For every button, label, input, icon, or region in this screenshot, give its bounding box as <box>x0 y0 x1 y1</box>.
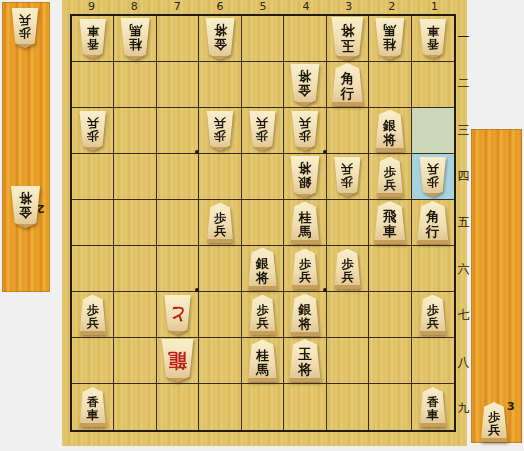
piece-face: 香車 <box>78 19 108 59</box>
board-cell[interactable]: 歩兵 <box>284 108 326 154</box>
board-cell[interactable] <box>199 338 241 384</box>
board-cell[interactable] <box>114 62 156 108</box>
piece-bevel <box>372 240 408 244</box>
piece-kanji: 歩兵 <box>256 116 268 146</box>
piece-king-gote[interactable]: 玉将 <box>329 17 365 60</box>
piece-bevel <box>418 193 448 197</box>
piece-knight-gote[interactable]: 桂馬 <box>373 18 406 60</box>
piece-face: 歩兵 <box>78 111 108 151</box>
hoshi-dot <box>323 288 327 292</box>
board-cell[interactable] <box>72 154 114 200</box>
piece-kanji: 飛車 <box>383 206 397 240</box>
file-labels: 987654321 <box>70 0 456 13</box>
piece-dragon-gote[interactable]: 龍 <box>160 339 196 382</box>
piece-pawn-sente[interactable]: 歩兵 <box>332 249 362 289</box>
board-cell[interactable] <box>412 108 454 154</box>
rank-label: 六 <box>456 246 471 292</box>
file-label: 7 <box>156 0 199 13</box>
board-cell[interactable] <box>284 16 326 62</box>
board-cell[interactable] <box>369 62 411 108</box>
piece-kanji: 角行 <box>426 206 440 240</box>
piece-face: 銀将 <box>246 248 279 290</box>
piece-kanji: 玉将 <box>298 344 312 378</box>
board-cell[interactable]: 歩兵 <box>242 108 284 154</box>
piece-bevel <box>204 56 237 60</box>
piece-kanji: 歩兵 <box>214 116 226 146</box>
piece-face: 歩兵 <box>205 203 235 243</box>
board-cell[interactable] <box>369 338 411 384</box>
piece-face: 香車 <box>78 387 108 427</box>
file-label: 3 <box>327 0 370 13</box>
hoshi-dot <box>323 150 327 154</box>
piece-bevel <box>9 224 42 228</box>
piece-face: 玉将 <box>329 17 365 60</box>
piece-face: 飛車 <box>372 201 408 244</box>
piece-bevel <box>288 332 321 336</box>
piece-face: 歩兵 <box>290 249 320 289</box>
piece-bevel <box>329 56 365 60</box>
board-cell[interactable]: 歩兵 <box>284 246 326 292</box>
board-cell[interactable] <box>157 246 199 292</box>
hoshi-dot <box>195 150 199 154</box>
board-cell[interactable] <box>199 154 241 200</box>
board-cell[interactable] <box>242 154 284 200</box>
piece-kanji: 香車 <box>427 392 439 422</box>
board-cell[interactable]: 歩兵 <box>369 154 411 200</box>
piece-pawn-gote[interactable]: 歩兵 <box>10 8 40 48</box>
hoshi-dot <box>195 288 199 292</box>
piece-bevel <box>119 56 152 60</box>
board-cell[interactable] <box>72 62 114 108</box>
piece-bevel <box>418 423 448 427</box>
board-cell[interactable]: 桂馬 <box>242 338 284 384</box>
piece-knight-sente[interactable]: 桂馬 <box>246 340 279 382</box>
piece-kanji: 歩兵 <box>427 300 439 330</box>
file-label: 9 <box>70 0 113 13</box>
piece-bevel <box>247 331 277 335</box>
board-cell[interactable] <box>242 384 284 430</box>
shogi-app: 歩兵金将2 987654321 香車桂馬金将玉将桂馬香車金将角行歩兵歩兵歩兵歩兵… <box>0 0 524 451</box>
board-cell[interactable] <box>242 200 284 246</box>
piece-bevel <box>205 239 235 243</box>
piece-bevel <box>332 285 362 289</box>
piece-face: 桂馬 <box>246 340 279 382</box>
piece-lance-sente[interactable]: 香車 <box>78 387 108 427</box>
board-cell[interactable] <box>412 338 454 384</box>
board-cell[interactable] <box>327 108 369 154</box>
board-cell[interactable]: と <box>157 292 199 338</box>
piece-bevel <box>373 56 406 60</box>
piece-face: 歩兵 <box>247 295 277 335</box>
board-cell[interactable] <box>157 16 199 62</box>
board-cell[interactable]: 香車 <box>72 384 114 430</box>
rank-label: 二 <box>456 60 471 106</box>
piece-lance-gote[interactable]: 香車 <box>418 19 448 59</box>
board-cell[interactable] <box>369 384 411 430</box>
piece-silver-sente[interactable]: 銀将 <box>246 248 279 290</box>
piece-kanji: 歩兵 <box>87 116 99 146</box>
piece-bevel <box>415 240 451 244</box>
piece-kanji: 銀将 <box>298 161 311 193</box>
board-cell[interactable] <box>242 62 284 108</box>
piece-kanji: 桂馬 <box>256 345 269 377</box>
board-cell[interactable]: 歩兵 <box>412 292 454 338</box>
board-cell[interactable] <box>114 338 156 384</box>
board-cell[interactable]: 桂馬 <box>284 200 326 246</box>
piece-bevel <box>287 378 323 382</box>
piece-pawn-gote[interactable]: 歩兵 <box>418 157 448 197</box>
piece-face: 歩兵 <box>418 157 448 197</box>
board-cell[interactable] <box>369 292 411 338</box>
board-cell[interactable]: 歩兵 <box>327 246 369 292</box>
board-cell[interactable]: 角行 <box>412 200 454 246</box>
piece-bevel <box>329 102 365 106</box>
file-label: 8 <box>113 0 156 13</box>
piece-kanji: 玉将 <box>341 22 355 56</box>
piece-kanji: と <box>169 305 186 325</box>
piece-face: 桂馬 <box>288 202 321 244</box>
board-cell[interactable] <box>199 62 241 108</box>
piece-face: 歩兵 <box>10 8 40 48</box>
piece-gold-gote[interactable]: 金将 <box>204 18 237 60</box>
piece-face: 歩兵 <box>205 111 235 151</box>
board-cell[interactable]: 桂馬 <box>114 16 156 62</box>
piece-face: 歩兵 <box>78 295 108 335</box>
piece-kanji: 龍 <box>168 350 187 372</box>
piece-bevel <box>78 423 108 427</box>
piece-face: 銀将 <box>373 110 406 152</box>
piece-face: 銀将 <box>288 294 321 336</box>
board-cell[interactable] <box>369 246 411 292</box>
piece-pawn-gote[interactable]: 歩兵 <box>247 111 277 151</box>
piece-kanji: 銀将 <box>383 115 396 147</box>
piece-face: 桂馬 <box>119 18 152 60</box>
piece-kanji: 桂馬 <box>298 207 311 239</box>
file-label: 5 <box>242 0 285 13</box>
piece-bevel <box>78 331 108 335</box>
board-cell[interactable] <box>327 292 369 338</box>
piece-face: 金将 <box>204 18 237 60</box>
piece-face: 歩兵 <box>247 111 277 151</box>
rank-label: 四 <box>456 153 471 199</box>
board-cell[interactable]: 桂馬 <box>369 16 411 62</box>
board-cell[interactable] <box>157 200 199 246</box>
piece-kanji: 歩兵 <box>87 300 99 330</box>
board-cell[interactable]: 金将 <box>284 62 326 108</box>
board-cell[interactable]: 歩兵 <box>412 154 454 200</box>
board-cell[interactable] <box>412 246 454 292</box>
piece-face: 桂馬 <box>373 18 406 60</box>
rank-label: 三 <box>456 107 471 153</box>
board-cell[interactable] <box>327 384 369 430</box>
board-cell[interactable] <box>327 200 369 246</box>
piece-kanji: 金将 <box>298 69 311 101</box>
board-cell[interactable]: 金将 <box>199 16 241 62</box>
piece-face: 香車 <box>418 387 448 427</box>
piece-silver-gote[interactable]: 銀将 <box>288 156 321 198</box>
piece-bevel <box>163 331 193 335</box>
piece-kanji: 銀将 <box>298 299 311 331</box>
piece-face: 歩兵 <box>375 157 405 197</box>
piece-bevel <box>288 102 321 106</box>
piece-kanji: 歩兵 <box>341 162 353 192</box>
piece-face: 角行 <box>415 201 451 244</box>
board-cell[interactable] <box>114 108 156 154</box>
board-cell[interactable]: 香車 <box>72 16 114 62</box>
piece-face: と <box>163 295 193 335</box>
board-cell[interactable] <box>114 384 156 430</box>
piece-kanji: 桂馬 <box>129 23 142 55</box>
board-cell[interactable] <box>157 154 199 200</box>
piece-pawn-gote[interactable]: 歩兵 <box>78 111 108 151</box>
piece-kanji: 香車 <box>427 24 439 54</box>
board-cell[interactable] <box>72 246 114 292</box>
piece-rook-sente[interactable]: 飛車 <box>372 201 408 244</box>
piece-kanji: 金将 <box>214 23 227 55</box>
gote-hand-tray: 歩兵金将2 <box>2 2 50 292</box>
piece-bevel <box>247 147 277 151</box>
piece-pawn-sente[interactable]: 歩兵 <box>247 295 277 335</box>
piece-bishop-sente[interactable]: 角行 <box>415 201 451 244</box>
piece-bevel <box>479 438 509 442</box>
piece-kanji: 歩兵 <box>19 13 31 43</box>
piece-kanji: 歩兵 <box>341 254 353 284</box>
rank-label: 七 <box>456 293 471 339</box>
rank-labels: 一二三四五六七八九 <box>456 14 471 432</box>
piece-kanji: 金将 <box>19 191 32 223</box>
board-cell[interactable]: 香車 <box>412 16 454 62</box>
piece-lance-gote[interactable]: 香車 <box>78 19 108 59</box>
piece-face: 歩兵 <box>418 295 448 335</box>
file-label: 1 <box>413 0 456 13</box>
piece-kanji: 角行 <box>341 68 355 102</box>
board-cell[interactable]: 歩兵 <box>199 108 241 154</box>
piece-bevel <box>375 193 405 197</box>
piece-kanji: 歩兵 <box>384 162 396 192</box>
board-cell[interactable] <box>242 16 284 62</box>
board-cell[interactable]: 歩兵 <box>72 108 114 154</box>
board-cell[interactable]: 玉将 <box>327 16 369 62</box>
board-grid: 香車桂馬金将玉将桂馬香車金将角行歩兵歩兵歩兵歩兵銀将銀将歩兵歩兵歩兵歩兵桂馬飛車… <box>70 14 456 432</box>
file-label: 4 <box>284 0 327 13</box>
piece-bevel <box>373 148 406 152</box>
board-cell[interactable] <box>284 384 326 430</box>
board-cell[interactable]: 飛車 <box>369 200 411 246</box>
board-cell[interactable]: 歩兵 <box>72 292 114 338</box>
board-cell[interactable] <box>199 292 241 338</box>
piece-pawn-gote[interactable]: 歩兵 <box>205 111 235 151</box>
shogi-board: 987654321 香車桂馬金将玉将桂馬香車金将角行歩兵歩兵歩兵歩兵銀将銀将歩兵… <box>62 0 467 446</box>
board-cell[interactable] <box>114 200 156 246</box>
hand-count: 3 <box>507 400 515 413</box>
piece-bevel <box>78 147 108 151</box>
board-cell[interactable]: 角行 <box>327 62 369 108</box>
board-cell[interactable]: 歩兵 <box>242 292 284 338</box>
piece-face: 歩兵 <box>479 402 509 442</box>
board-cell[interactable] <box>72 338 114 384</box>
piece-bevel <box>205 147 235 151</box>
piece-bevel <box>246 286 279 290</box>
piece-bevel <box>290 147 320 151</box>
piece-tokin-gote[interactable]: と <box>163 295 193 335</box>
piece-pawn-sente[interactable]: 歩兵 <box>375 157 405 197</box>
piece-kanji: 香車 <box>87 24 99 54</box>
board-cell[interactable] <box>199 246 241 292</box>
rank-label: 一 <box>456 14 471 60</box>
board-cell[interactable] <box>114 246 156 292</box>
hand-count: 2 <box>37 202 45 215</box>
piece-kanji: 歩兵 <box>427 162 439 192</box>
piece-kanji: 歩兵 <box>299 254 311 284</box>
piece-pawn-sente[interactable]: 歩兵 <box>479 402 509 442</box>
piece-kanji: 歩兵 <box>488 407 500 437</box>
piece-kanji: 歩兵 <box>214 208 226 238</box>
board-cell[interactable] <box>412 62 454 108</box>
piece-bevel <box>290 285 320 289</box>
piece-king-sente[interactable]: 玉将 <box>287 339 323 382</box>
piece-pawn-sente[interactable]: 歩兵 <box>78 295 108 335</box>
board-cell[interactable] <box>157 108 199 154</box>
piece-kanji: 歩兵 <box>299 116 311 146</box>
board-cell[interactable] <box>114 292 156 338</box>
board-cell[interactable] <box>114 154 156 200</box>
piece-bevel <box>418 55 448 59</box>
piece-pawn-sente[interactable]: 歩兵 <box>290 249 320 289</box>
piece-bevel <box>246 378 279 382</box>
file-label: 6 <box>199 0 242 13</box>
piece-pawn-sente[interactable]: 歩兵 <box>418 295 448 335</box>
piece-knight-gote[interactable]: 桂馬 <box>119 18 152 60</box>
piece-pawn-gote[interactable]: 歩兵 <box>332 157 362 197</box>
piece-knight-sente[interactable]: 桂馬 <box>288 202 321 244</box>
piece-pawn-sente[interactable]: 歩兵 <box>205 203 235 243</box>
piece-face: 玉将 <box>287 339 323 382</box>
board-cell[interactable]: 銀将 <box>284 292 326 338</box>
piece-face: 歩兵 <box>332 157 362 197</box>
piece-face: 金将 <box>288 64 321 106</box>
piece-kanji: 桂馬 <box>383 23 396 55</box>
piece-bevel <box>160 378 196 382</box>
board-cell[interactable]: 香車 <box>412 384 454 430</box>
piece-bevel <box>418 331 448 335</box>
piece-bevel <box>288 194 321 198</box>
piece-bevel <box>288 240 321 244</box>
board-cell[interactable]: 歩兵 <box>327 154 369 200</box>
board-cell[interactable] <box>327 338 369 384</box>
piece-bishop-sente[interactable]: 角行 <box>329 63 365 106</box>
piece-lance-sente[interactable]: 香車 <box>418 387 448 427</box>
board-cell[interactable] <box>72 200 114 246</box>
piece-face: 銀将 <box>288 156 321 198</box>
rank-label: 八 <box>456 339 471 385</box>
board-cell[interactable]: 銀将 <box>242 246 284 292</box>
rank-label: 九 <box>456 386 471 432</box>
board-cell[interactable] <box>157 62 199 108</box>
piece-kanji: 香車 <box>87 392 99 422</box>
piece-bevel <box>10 44 40 48</box>
piece-face: 龍 <box>160 339 196 382</box>
board-cell[interactable]: 銀将 <box>369 108 411 154</box>
rank-label: 五 <box>456 200 471 246</box>
piece-face: 角行 <box>329 63 365 106</box>
board-cell[interactable]: 歩兵 <box>199 200 241 246</box>
board-cell[interactable] <box>157 384 199 430</box>
board-cell[interactable] <box>199 384 241 430</box>
file-label: 2 <box>370 0 413 13</box>
board-cell[interactable]: 銀将 <box>284 154 326 200</box>
board-cell[interactable]: 玉将 <box>284 338 326 384</box>
piece-bevel <box>78 55 108 59</box>
piece-silver-sente[interactable]: 銀将 <box>288 294 321 336</box>
sente-hand-tray: 歩兵3 <box>471 129 522 443</box>
piece-face: 歩兵 <box>290 111 320 151</box>
piece-pawn-gote[interactable]: 歩兵 <box>290 111 320 151</box>
piece-kanji: 歩兵 <box>256 300 268 330</box>
piece-silver-sente[interactable]: 銀将 <box>373 110 406 152</box>
board-cell[interactable]: 龍 <box>157 338 199 384</box>
piece-face: 歩兵 <box>332 249 362 289</box>
piece-face: 香車 <box>418 19 448 59</box>
piece-kanji: 銀将 <box>256 253 269 285</box>
piece-gold-gote[interactable]: 金将 <box>288 64 321 106</box>
piece-bevel <box>332 193 362 197</box>
